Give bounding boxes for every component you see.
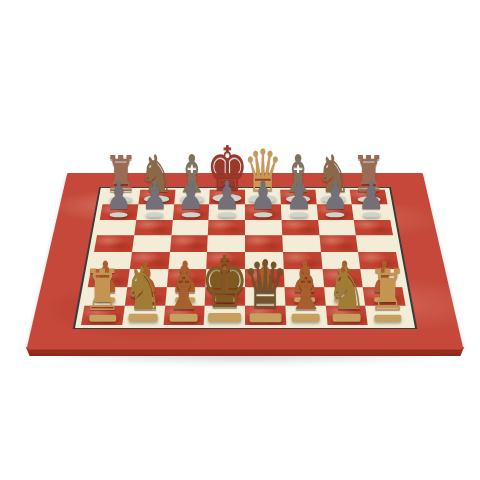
rook-glyph: ♜ xyxy=(83,262,122,319)
knight-glyph: ♞ xyxy=(327,259,368,319)
piece-roman-pawn[interactable]: ♟ xyxy=(358,185,385,215)
pawn-glyph: ♟ xyxy=(322,176,349,215)
piece-egyptian-rook[interactable]: ♜ xyxy=(83,276,122,319)
chess-set-photo: ♜♞♝♚♛♝♞♜♟♟♟♟♟♟♟♟♟♟♟♟♟♟♟♟♜♞♝♚♛♝♞♜ xyxy=(0,0,480,480)
piece-egyptian-bishop[interactable]: ♝ xyxy=(164,274,205,319)
piece-egyptian-bishop[interactable]: ♝ xyxy=(286,274,327,319)
piece-roman-pawn[interactable]: ♟ xyxy=(105,185,132,215)
piece-roman-pawn[interactable]: ♟ xyxy=(250,185,277,215)
pawn-glyph: ♟ xyxy=(178,176,205,215)
pawn-glyph: ♟ xyxy=(250,176,277,215)
king-glyph: ♚ xyxy=(200,248,248,319)
piece-egyptian-knight[interactable]: ♞ xyxy=(327,274,368,319)
pawn-glyph: ♟ xyxy=(286,176,313,215)
piece-roman-pawn[interactable]: ♟ xyxy=(322,185,349,215)
pawn-glyph: ♟ xyxy=(105,176,132,215)
knight-glyph: ♞ xyxy=(123,259,164,319)
pawn-glyph: ♟ xyxy=(214,176,241,215)
bishop-glyph: ♝ xyxy=(164,259,205,319)
piece-egyptian-knight[interactable]: ♞ xyxy=(123,274,164,319)
queen-glyph: ♛ xyxy=(243,252,288,319)
piece-egyptian-queen[interactable]: ♛ xyxy=(243,268,288,319)
piece-egyptian-rook[interactable]: ♜ xyxy=(368,276,407,319)
pieces-layer: ♜♞♝♚♛♝♞♜♟♟♟♟♟♟♟♟♟♟♟♟♟♟♟♟♜♞♝♚♛♝♞♜ xyxy=(0,0,480,480)
piece-roman-pawn[interactable]: ♟ xyxy=(214,185,241,215)
piece-roman-pawn[interactable]: ♟ xyxy=(178,185,205,215)
bishop-glyph: ♝ xyxy=(286,259,327,319)
piece-egyptian-king[interactable]: ♚ xyxy=(200,265,248,319)
piece-roman-pawn[interactable]: ♟ xyxy=(142,185,169,215)
pawn-glyph: ♟ xyxy=(142,176,169,215)
piece-roman-pawn[interactable]: ♟ xyxy=(286,185,313,215)
pawn-glyph: ♟ xyxy=(358,176,385,215)
rook-glyph: ♜ xyxy=(368,262,407,319)
